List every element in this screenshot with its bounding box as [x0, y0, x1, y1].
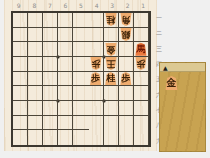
board-cell[interactable]	[89, 13, 104, 28]
board-cell[interactable]: 桂	[104, 13, 119, 28]
file-label: 7	[42, 1, 58, 10]
board-cell[interactable]	[13, 116, 28, 131]
shogi-board: 987654321 一二三四五六七八九 桂角銀金馬歩王歩歩桂歩	[4, 0, 157, 151]
board-cell[interactable]	[13, 57, 28, 72]
board-cell[interactable]	[134, 86, 149, 101]
board-cell[interactable]	[13, 42, 28, 57]
board-cell[interactable]	[73, 116, 88, 131]
piece-kanji: 桂	[106, 72, 115, 85]
board-cell[interactable]	[89, 42, 104, 57]
file-label: 1	[135, 1, 151, 10]
board-cell[interactable]: 角	[119, 13, 134, 28]
board-cell[interactable]	[119, 42, 134, 57]
board-cell[interactable]	[104, 28, 119, 43]
board-cell[interactable]	[104, 130, 119, 145]
board-cell[interactable]	[134, 130, 149, 145]
board-cell[interactable]	[43, 130, 58, 145]
file-label: 5	[73, 1, 89, 10]
board-cell[interactable]	[104, 86, 119, 101]
board-cell[interactable]	[119, 86, 134, 101]
board-cell[interactable]	[58, 42, 73, 57]
board-cell[interactable]: 桂	[104, 72, 119, 87]
board-cell[interactable]	[119, 101, 134, 116]
file-label: 9	[11, 1, 27, 10]
shogi-piece-金[interactable]: 金	[105, 43, 117, 56]
board-cell[interactable]	[28, 13, 43, 28]
board-cell[interactable]: 歩	[134, 57, 149, 72]
board-cell[interactable]: 王	[104, 57, 119, 72]
board-cell[interactable]	[134, 116, 149, 131]
board-grid: 桂角銀金馬歩王歩歩桂歩	[11, 11, 151, 147]
file-label: 8	[27, 1, 43, 10]
piece-kanji: 金	[167, 76, 177, 90]
komadai-sente: ▲ 金	[159, 62, 206, 152]
board-cell[interactable]	[73, 72, 88, 87]
board-cell[interactable]	[28, 116, 43, 131]
board-cell[interactable]	[28, 130, 43, 145]
board-cell[interactable]	[43, 28, 58, 43]
board-cell[interactable]	[58, 28, 73, 43]
board-cell[interactable]	[73, 57, 88, 72]
board-cell[interactable]	[43, 86, 58, 101]
pieces-in-hand-area: 金	[160, 73, 205, 152]
shogi-piece-桂[interactable]: 桂	[105, 72, 117, 85]
piece-kanji: 王	[106, 57, 115, 70]
board-cell[interactable]	[134, 28, 149, 43]
piece-kanji: 歩	[121, 72, 130, 85]
board-cell[interactable]: 歩	[89, 72, 104, 87]
sente-turn-marker: ▲	[160, 63, 205, 72]
board-cell[interactable]	[73, 101, 88, 116]
shogi-piece-歩[interactable]: 歩	[90, 72, 102, 85]
board-cell[interactable]	[13, 86, 28, 101]
file-label: 4	[89, 1, 105, 10]
shogi-piece-馬[interactable]: 馬	[135, 43, 147, 56]
board-cell[interactable]	[119, 57, 134, 72]
board-cell[interactable]	[58, 86, 73, 101]
file-label: 2	[120, 1, 136, 10]
piece-kanji: 歩	[136, 57, 145, 70]
piece-kanji: 歩	[91, 57, 100, 70]
board-cell[interactable]	[13, 101, 28, 116]
board-cell[interactable]: 銀	[119, 28, 134, 43]
board-cell[interactable]	[58, 116, 73, 131]
board-cell[interactable]	[119, 116, 134, 131]
board-cell[interactable]: 金	[104, 42, 119, 57]
komadai-header: ▲	[160, 63, 205, 72]
board-cell[interactable]	[89, 28, 104, 43]
board-cell[interactable]	[43, 72, 58, 87]
board-cell[interactable]	[104, 116, 119, 131]
board-cell[interactable]: 歩	[89, 57, 104, 72]
piece-kanji: 桂	[106, 13, 115, 26]
board-cell[interactable]	[43, 116, 58, 131]
board-cell[interactable]	[58, 130, 73, 145]
board-cell[interactable]	[58, 101, 73, 116]
piece-kanji: 銀	[121, 28, 130, 41]
board-cell[interactable]	[43, 42, 58, 57]
file-label: 6	[58, 1, 74, 10]
board-cell[interactable]	[73, 42, 88, 57]
board-cell[interactable]	[13, 28, 28, 43]
rank-label: 二	[155, 26, 163, 41]
board-cell[interactable]	[28, 57, 43, 72]
board-cell[interactable]	[89, 116, 104, 131]
board-cell[interactable]	[58, 72, 73, 87]
shogi-piece-歩[interactable]: 歩	[135, 57, 147, 70]
piece-kanji: 角	[121, 13, 130, 26]
shogi-piece-歩[interactable]: 歩	[90, 57, 102, 70]
shogi-piece-銀[interactable]: 銀	[120, 28, 132, 41]
board-cell[interactable]	[28, 42, 43, 57]
board-cell[interactable]: 歩	[119, 72, 134, 87]
board-cell[interactable]	[89, 86, 104, 101]
shogi-piece-王[interactable]: 王	[105, 57, 117, 70]
board-cell[interactable]	[13, 130, 28, 145]
board-cell[interactable]	[73, 28, 88, 43]
board-cell[interactable]	[28, 72, 43, 87]
file-label: 3	[104, 1, 120, 10]
piece-kanji: 歩	[91, 72, 100, 85]
board-cell[interactable]	[43, 101, 58, 116]
board-cell[interactable]	[73, 86, 88, 101]
board-cell[interactable]	[119, 130, 134, 145]
board-cell[interactable]	[89, 130, 104, 145]
board-cell[interactable]	[134, 101, 149, 116]
shogi-piece-角[interactable]: 角	[120, 13, 132, 26]
board-cell[interactable]	[28, 101, 43, 116]
board-cell[interactable]	[134, 13, 149, 28]
board-cell[interactable]	[28, 28, 43, 43]
rank-label: 一	[155, 11, 163, 26]
hand-piece-金[interactable]: 金	[165, 76, 178, 90]
board-cell[interactable]	[89, 101, 104, 116]
file-coordinate-labels: 987654321	[11, 1, 151, 10]
piece-kanji: 金	[106, 43, 115, 56]
board-cell[interactable]	[13, 13, 28, 28]
board-cell[interactable]: 馬	[134, 42, 149, 57]
board-cell[interactable]	[28, 86, 43, 101]
board-cell[interactable]	[73, 130, 88, 145]
board-cell[interactable]	[134, 72, 149, 87]
board-cell[interactable]	[43, 13, 58, 28]
board-cell[interactable]	[104, 101, 119, 116]
rank-label: 三	[155, 42, 163, 57]
board-cell[interactable]	[73, 13, 88, 28]
board-cell[interactable]	[58, 57, 73, 72]
board-cell[interactable]	[58, 13, 73, 28]
shogi-piece-歩[interactable]: 歩	[120, 72, 132, 85]
piece-kanji: 馬	[136, 43, 145, 56]
board-cell[interactable]	[13, 72, 28, 87]
shogi-piece-桂[interactable]: 桂	[105, 13, 117, 26]
board-cell[interactable]	[43, 57, 58, 72]
